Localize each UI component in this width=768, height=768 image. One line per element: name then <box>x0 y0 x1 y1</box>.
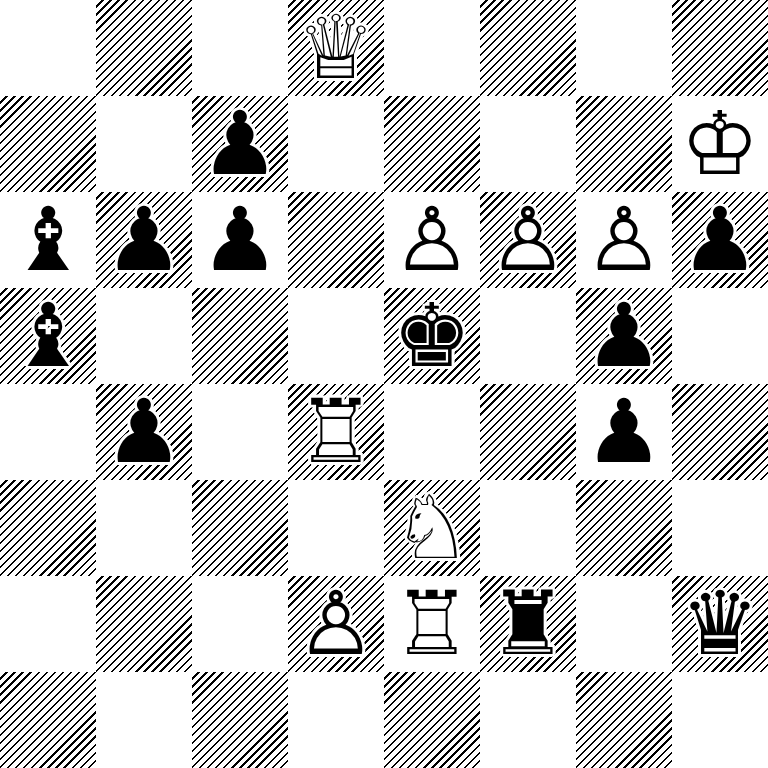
piece-white-knight[interactable]: ♘ <box>384 480 480 576</box>
square-g1[interactable] <box>576 672 672 768</box>
square-a7[interactable] <box>0 96 96 192</box>
piece-black-rook[interactable]: ♜ <box>480 576 576 672</box>
square-d1[interactable] <box>288 672 384 768</box>
square-g4[interactable]: ♟♟ <box>576 384 672 480</box>
square-h7[interactable]: ♚♔ <box>672 96 768 192</box>
square-a1[interactable] <box>0 672 96 768</box>
white-pawn-halo: ♟ <box>480 192 576 288</box>
piece-white-pawn[interactable]: ♙ <box>576 192 672 288</box>
square-e5[interactable]: ♚♚ <box>384 288 480 384</box>
square-h8[interactable] <box>672 0 768 96</box>
square-h5[interactable] <box>672 288 768 384</box>
piece-white-queen[interactable]: ♕ <box>288 0 384 96</box>
black-pawn-halo: ♟ <box>192 96 288 192</box>
square-a8[interactable] <box>0 0 96 96</box>
square-d5[interactable] <box>288 288 384 384</box>
square-a5[interactable]: ♝♝ <box>0 288 96 384</box>
square-b6[interactable]: ♟♟ <box>96 192 192 288</box>
white-rook-halo: ♜ <box>384 576 480 672</box>
white-queen-halo: ♛ <box>288 0 384 96</box>
piece-black-pawn[interactable]: ♟ <box>672 192 768 288</box>
square-h6[interactable]: ♟♟ <box>672 192 768 288</box>
square-c7[interactable]: ♟♟ <box>192 96 288 192</box>
square-e7[interactable] <box>384 96 480 192</box>
white-rook-halo: ♜ <box>288 384 384 480</box>
black-pawn-halo: ♟ <box>576 288 672 384</box>
square-h2[interactable]: ♛♛ <box>672 576 768 672</box>
piece-black-queen[interactable]: ♛ <box>672 576 768 672</box>
white-pawn-halo: ♟ <box>576 192 672 288</box>
square-e1[interactable] <box>384 672 480 768</box>
square-b8[interactable] <box>96 0 192 96</box>
piece-black-pawn[interactable]: ♟ <box>96 384 192 480</box>
square-e3[interactable]: ♞♘ <box>384 480 480 576</box>
square-d7[interactable] <box>288 96 384 192</box>
square-c6[interactable]: ♟♟ <box>192 192 288 288</box>
black-king-halo: ♚ <box>384 288 480 384</box>
black-bishop-halo: ♝ <box>0 192 96 288</box>
piece-black-bishop[interactable]: ♝ <box>0 192 96 288</box>
piece-white-pawn[interactable]: ♙ <box>480 192 576 288</box>
square-d4[interactable]: ♜♖ <box>288 384 384 480</box>
piece-black-pawn[interactable]: ♟ <box>576 384 672 480</box>
square-a2[interactable] <box>0 576 96 672</box>
piece-black-pawn[interactable]: ♟ <box>96 192 192 288</box>
square-b2[interactable] <box>96 576 192 672</box>
square-e8[interactable] <box>384 0 480 96</box>
piece-white-rook[interactable]: ♖ <box>384 576 480 672</box>
square-g5[interactable]: ♟♟ <box>576 288 672 384</box>
chess-board: ♛♕♟♟♚♔♝♝♟♟♟♟♟♙♟♙♟♙♟♟♝♝♚♚♟♟♟♟♜♖♟♟♞♘♟♙♜♖♜♜… <box>0 0 768 768</box>
black-pawn-halo: ♟ <box>672 192 768 288</box>
white-pawn-halo: ♟ <box>384 192 480 288</box>
piece-black-king[interactable]: ♚ <box>384 288 480 384</box>
piece-white-king[interactable]: ♔ <box>672 96 768 192</box>
square-a3[interactable] <box>0 480 96 576</box>
white-pawn-halo: ♟ <box>288 576 384 672</box>
square-b4[interactable]: ♟♟ <box>96 384 192 480</box>
black-rook-halo: ♜ <box>480 576 576 672</box>
piece-black-pawn[interactable]: ♟ <box>576 288 672 384</box>
black-pawn-halo: ♟ <box>96 384 192 480</box>
square-c3[interactable] <box>192 480 288 576</box>
square-d2[interactable]: ♟♙ <box>288 576 384 672</box>
square-b7[interactable] <box>96 96 192 192</box>
square-h4[interactable] <box>672 384 768 480</box>
square-g8[interactable] <box>576 0 672 96</box>
piece-white-rook[interactable]: ♖ <box>288 384 384 480</box>
black-queen-halo: ♛ <box>672 576 768 672</box>
square-c4[interactable] <box>192 384 288 480</box>
square-b1[interactable] <box>96 672 192 768</box>
square-g6[interactable]: ♟♙ <box>576 192 672 288</box>
square-h3[interactable] <box>672 480 768 576</box>
square-c2[interactable] <box>192 576 288 672</box>
square-f6[interactable]: ♟♙ <box>480 192 576 288</box>
square-b5[interactable] <box>96 288 192 384</box>
square-a4[interactable] <box>0 384 96 480</box>
black-pawn-halo: ♟ <box>192 192 288 288</box>
square-e2[interactable]: ♜♖ <box>384 576 480 672</box>
square-g3[interactable] <box>576 480 672 576</box>
square-f8[interactable] <box>480 0 576 96</box>
square-c1[interactable] <box>192 672 288 768</box>
piece-black-bishop[interactable]: ♝ <box>0 288 96 384</box>
square-f2[interactable]: ♜♜ <box>480 576 576 672</box>
square-f5[interactable] <box>480 288 576 384</box>
square-d8[interactable]: ♛♕ <box>288 0 384 96</box>
square-f1[interactable] <box>480 672 576 768</box>
piece-white-pawn[interactable]: ♙ <box>384 192 480 288</box>
white-king-halo: ♚ <box>672 96 768 192</box>
square-f7[interactable] <box>480 96 576 192</box>
square-b3[interactable] <box>96 480 192 576</box>
black-pawn-halo: ♟ <box>96 192 192 288</box>
black-bishop-halo: ♝ <box>0 288 96 384</box>
piece-black-pawn[interactable]: ♟ <box>192 192 288 288</box>
piece-black-pawn[interactable]: ♟ <box>192 96 288 192</box>
square-g7[interactable] <box>576 96 672 192</box>
square-c8[interactable] <box>192 0 288 96</box>
square-a6[interactable]: ♝♝ <box>0 192 96 288</box>
square-e6[interactable]: ♟♙ <box>384 192 480 288</box>
black-pawn-halo: ♟ <box>576 384 672 480</box>
square-h1[interactable] <box>672 672 768 768</box>
square-e4[interactable] <box>384 384 480 480</box>
square-c5[interactable] <box>192 288 288 384</box>
square-d3[interactable] <box>288 480 384 576</box>
square-d6[interactable] <box>288 192 384 288</box>
square-f3[interactable] <box>480 480 576 576</box>
square-g2[interactable] <box>576 576 672 672</box>
white-knight-halo: ♞ <box>384 480 480 576</box>
square-f4[interactable] <box>480 384 576 480</box>
piece-white-pawn[interactable]: ♙ <box>288 576 384 672</box>
